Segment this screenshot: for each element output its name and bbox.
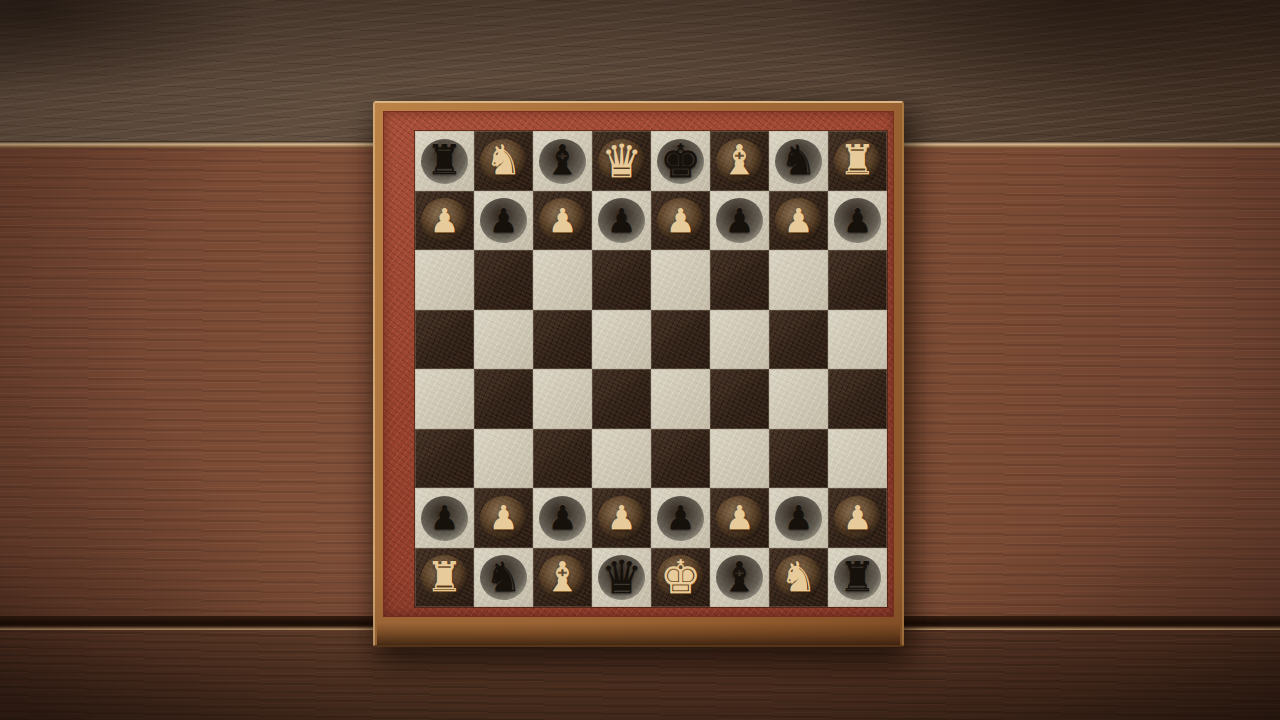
- pawn-icon: ♟: [666, 501, 696, 534]
- square-b7: ♟: [474, 191, 533, 251]
- piece-white-pawn: ♟: [710, 488, 769, 548]
- square-c5: [533, 310, 592, 370]
- pawn-icon: ♟: [430, 204, 460, 237]
- square-b2: ♟: [474, 488, 533, 548]
- square-c3: [533, 429, 592, 489]
- piece-white-king: ♚: [651, 548, 710, 608]
- square-e8: ♚: [651, 131, 710, 191]
- square-a8: ♜: [415, 131, 474, 191]
- pawn-icon: ♟: [843, 501, 873, 534]
- square-c6: [533, 250, 592, 310]
- king-icon: ♚: [660, 138, 701, 184]
- square-c7: ♟: [533, 191, 592, 251]
- piece-black-queen: ♛: [592, 548, 651, 608]
- square-f8: ♝: [710, 131, 769, 191]
- piece-white-pawn: ♟: [533, 191, 592, 251]
- square-h6: [828, 250, 887, 310]
- square-b6: [474, 250, 533, 310]
- piece-black-pawn: ♟: [533, 488, 592, 548]
- piece-black-pawn: ♟: [710, 191, 769, 251]
- knight-icon: ♞: [485, 557, 522, 598]
- pawn-icon: ♟: [430, 501, 460, 534]
- piece-black-bishop: ♝: [533, 131, 592, 191]
- square-a4: [415, 369, 474, 429]
- square-h3: [828, 429, 887, 489]
- square-d4: [592, 369, 651, 429]
- piece-white-pawn: ♟: [474, 488, 533, 548]
- square-e1: ♚: [651, 548, 710, 608]
- square-d5: [592, 310, 651, 370]
- queen-icon: ♛: [601, 138, 642, 184]
- piece-white-bishop: ♝: [710, 131, 769, 191]
- bishop-icon: ♝: [544, 140, 581, 181]
- piece-white-rook: ♜: [828, 131, 887, 191]
- pawn-icon: ♟: [548, 501, 578, 534]
- square-g6: [769, 250, 828, 310]
- square-e7: ♟: [651, 191, 710, 251]
- piece-black-pawn: ♟: [769, 488, 828, 548]
- piece-white-pawn: ♟: [651, 191, 710, 251]
- pawn-icon: ♟: [725, 204, 755, 237]
- square-c8: ♝: [533, 131, 592, 191]
- piece-black-bishop: ♝: [710, 548, 769, 608]
- piece-white-knight: ♞: [474, 131, 533, 191]
- square-a1: ♜: [415, 548, 474, 608]
- square-d7: ♟: [592, 191, 651, 251]
- square-e6: [651, 250, 710, 310]
- queen-icon: ♛: [601, 554, 642, 600]
- rook-icon: ♜: [426, 140, 463, 181]
- square-f7: ♟: [710, 191, 769, 251]
- square-h4: [828, 369, 887, 429]
- piece-white-pawn: ♟: [415, 191, 474, 251]
- square-d3: [592, 429, 651, 489]
- square-h8: ♜: [828, 131, 887, 191]
- square-f6: [710, 250, 769, 310]
- square-g7: ♟: [769, 191, 828, 251]
- square-b1: ♞: [474, 548, 533, 608]
- square-g8: ♞: [769, 131, 828, 191]
- pawn-icon: ♟: [607, 501, 637, 534]
- square-g5: [769, 310, 828, 370]
- piece-black-king: ♚: [651, 131, 710, 191]
- square-g3: [769, 429, 828, 489]
- pawn-icon: ♟: [666, 204, 696, 237]
- square-e5: [651, 310, 710, 370]
- piece-white-pawn: ♟: [828, 488, 887, 548]
- square-b4: [474, 369, 533, 429]
- pawn-icon: ♟: [489, 204, 519, 237]
- piece-black-pawn: ♟: [828, 191, 887, 251]
- piece-white-queen: ♛: [592, 131, 651, 191]
- square-c1: ♝: [533, 548, 592, 608]
- pawn-icon: ♟: [784, 204, 814, 237]
- square-g2: ♟: [769, 488, 828, 548]
- knight-icon: ♞: [485, 140, 522, 181]
- square-d6: [592, 250, 651, 310]
- king-icon: ♚: [660, 554, 701, 600]
- knight-icon: ♞: [780, 557, 817, 598]
- knight-icon: ♞: [780, 140, 817, 181]
- square-c4: [533, 369, 592, 429]
- piece-black-knight: ♞: [474, 548, 533, 608]
- bishop-icon: ♝: [544, 557, 581, 598]
- square-e3: [651, 429, 710, 489]
- piece-black-pawn: ♟: [592, 191, 651, 251]
- square-f1: ♝: [710, 548, 769, 608]
- square-h1: ♜: [828, 548, 887, 608]
- square-b3: [474, 429, 533, 489]
- square-d1: ♛: [592, 548, 651, 608]
- pawn-icon: ♟: [843, 204, 873, 237]
- pawn-icon: ♟: [784, 501, 814, 534]
- square-c2: ♟: [533, 488, 592, 548]
- square-g1: ♞: [769, 548, 828, 608]
- piece-white-pawn: ♟: [592, 488, 651, 548]
- chess-board: ♜♞♝♛♚♝♞♜♟♟♟♟♟♟♟♟♟♟♟♟♟♟♟♟♜♞♝♛♚♝♞♜: [373, 101, 904, 647]
- pawn-icon: ♟: [607, 204, 637, 237]
- square-a7: ♟: [415, 191, 474, 251]
- square-e2: ♟: [651, 488, 710, 548]
- chess-board-grid: ♜♞♝♛♚♝♞♜♟♟♟♟♟♟♟♟♟♟♟♟♟♟♟♟♜♞♝♛♚♝♞♜: [415, 131, 887, 607]
- piece-black-pawn: ♟: [651, 488, 710, 548]
- square-h5: [828, 310, 887, 370]
- piece-black-rook: ♜: [828, 548, 887, 608]
- square-a6: [415, 250, 474, 310]
- pawn-icon: ♟: [548, 204, 578, 237]
- square-d2: ♟: [592, 488, 651, 548]
- square-e4: [651, 369, 710, 429]
- pawn-icon: ♟: [725, 501, 755, 534]
- square-a2: ♟: [415, 488, 474, 548]
- rook-icon: ♜: [839, 140, 876, 181]
- piece-black-pawn: ♟: [415, 488, 474, 548]
- bishop-icon: ♝: [721, 140, 758, 181]
- square-f4: [710, 369, 769, 429]
- piece-black-pawn: ♟: [474, 191, 533, 251]
- piece-white-pawn: ♟: [769, 191, 828, 251]
- square-h7: ♟: [828, 191, 887, 251]
- piece-white-bishop: ♝: [533, 548, 592, 608]
- square-f5: [710, 310, 769, 370]
- bishop-icon: ♝: [721, 557, 758, 598]
- square-d8: ♛: [592, 131, 651, 191]
- rook-icon: ♜: [426, 557, 463, 598]
- square-b8: ♞: [474, 131, 533, 191]
- square-f3: [710, 429, 769, 489]
- piece-black-rook: ♜: [415, 131, 474, 191]
- rook-icon: ♜: [839, 557, 876, 598]
- square-f2: ♟: [710, 488, 769, 548]
- pawn-icon: ♟: [489, 501, 519, 534]
- square-a5: [415, 310, 474, 370]
- piece-white-rook: ♜: [415, 548, 474, 608]
- square-g4: [769, 369, 828, 429]
- piece-black-knight: ♞: [769, 131, 828, 191]
- square-a3: [415, 429, 474, 489]
- piece-white-knight: ♞: [769, 548, 828, 608]
- square-b5: [474, 310, 533, 370]
- square-h2: ♟: [828, 488, 887, 548]
